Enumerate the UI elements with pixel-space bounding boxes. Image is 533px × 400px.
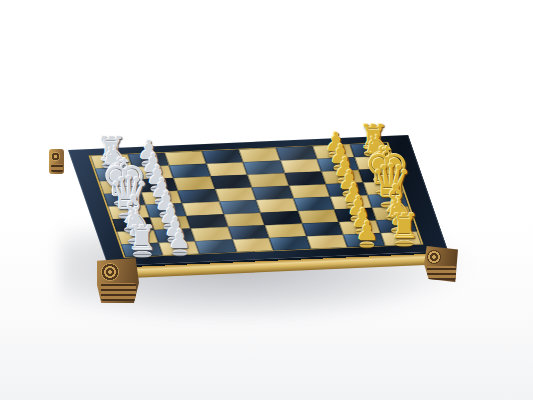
board-foot-back-left (49, 149, 64, 174)
square-a7 (343, 233, 384, 247)
chess-set-photo: ♜♟♟♜♞♟♟♞♝♟♟♝♚♟♟♚♛♟♟♛♝♟♟♝♞♟♟♞♜♟♟♜ (0, 0, 533, 400)
square-a2 (158, 241, 199, 255)
square-a1 (121, 243, 162, 257)
square-a8 (380, 231, 421, 245)
square-a3 (195, 239, 236, 253)
square-a4 (232, 238, 273, 252)
board-inner-brass-frame (88, 142, 423, 257)
square-a6 (306, 235, 347, 249)
chess-board (68, 135, 448, 266)
square-a5 (269, 236, 310, 250)
board-foot-front-left (97, 258, 139, 303)
board-foot-front-right (424, 246, 458, 282)
squares-grid (90, 143, 421, 257)
